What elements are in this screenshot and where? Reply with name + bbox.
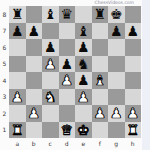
square-h2[interactable]: ♟ <box>125 105 142 122</box>
square-c8[interactable]: ♝ <box>42 6 59 23</box>
square-f1[interactable] <box>92 122 109 139</box>
square-g6[interactable] <box>108 39 125 56</box>
black-knight-piece[interactable]: ♞ <box>75 56 92 73</box>
square-g5[interactable] <box>108 56 125 73</box>
square-d2[interactable] <box>59 105 76 122</box>
square-a4[interactable] <box>9 72 26 89</box>
square-g1[interactable] <box>108 122 125 139</box>
square-a1[interactable]: ♜ <box>9 122 26 139</box>
black-pawn-piece[interactable]: ♟ <box>42 39 59 56</box>
black-pawn-piece[interactable]: ♟ <box>59 56 76 73</box>
square-f7[interactable] <box>92 23 109 40</box>
square-b3[interactable] <box>26 89 43 106</box>
rank-label-4: 4 <box>0 72 9 89</box>
black-rook-piece[interactable]: ♜ <box>92 6 109 23</box>
square-c1[interactable] <box>42 122 59 139</box>
square-e1[interactable]: ♚ <box>75 122 92 139</box>
white-pawn-piece[interactable]: ♟ <box>75 89 92 106</box>
file-label-f: f <box>92 139 109 148</box>
square-c7[interactable] <box>42 23 59 40</box>
rank-labels: 87654321 <box>0 6 9 138</box>
square-h5[interactable] <box>125 56 142 73</box>
square-e6[interactable]: ♟ <box>75 39 92 56</box>
white-queen-piece[interactable]: ♛ <box>59 122 76 139</box>
rank-label-2: 2 <box>0 105 9 122</box>
square-e2[interactable] <box>75 105 92 122</box>
black-king-piece[interactable]: ♚ <box>108 6 125 23</box>
file-labels: abcdefgh <box>9 139 141 148</box>
square-e3[interactable]: ♟ <box>75 89 92 106</box>
square-d3[interactable] <box>59 89 76 106</box>
square-f3[interactable] <box>92 89 109 106</box>
black-bishop-piece[interactable]: ♝ <box>42 6 59 23</box>
square-b6[interactable] <box>26 39 43 56</box>
rank-label-1: 1 <box>0 122 9 139</box>
file-label-a: a <box>9 139 26 148</box>
white-pawn-piece[interactable]: ♟ <box>92 105 109 122</box>
square-b8[interactable] <box>26 6 43 23</box>
square-f8[interactable]: ♜ <box>92 6 109 23</box>
chess-board: ♜♝♛♜♚♟♟♝♟♟♟♟♟♟♞♟♟♝♟♞♟♟♟♟♟♜♛♚♜ <box>9 6 141 138</box>
square-d1[interactable]: ♛ <box>59 122 76 139</box>
white-pawn-piece[interactable]: ♟ <box>125 105 142 122</box>
square-d6[interactable] <box>59 39 76 56</box>
rank-label-6: 6 <box>0 39 9 56</box>
white-pawn-piece[interactable]: ♟ <box>59 72 76 89</box>
square-f6[interactable] <box>92 39 109 56</box>
square-g7[interactable]: ♟ <box>108 23 125 40</box>
square-f5[interactable] <box>92 56 109 73</box>
square-e5[interactable]: ♞ <box>75 56 92 73</box>
square-h8[interactable] <box>125 6 142 23</box>
square-h1[interactable]: ♜ <box>125 122 142 139</box>
rank-label-7: 7 <box>0 23 9 40</box>
square-d8[interactable]: ♛ <box>59 6 76 23</box>
square-a7[interactable]: ♟ <box>9 23 26 40</box>
square-f2[interactable]: ♟ <box>92 105 109 122</box>
square-d4[interactable]: ♟ <box>59 72 76 89</box>
file-label-h: h <box>125 139 142 148</box>
square-a3[interactable]: ♟ <box>9 89 26 106</box>
rank-label-8: 8 <box>0 6 9 23</box>
rank-label-3: 3 <box>0 89 9 106</box>
white-king-piece[interactable]: ♚ <box>75 122 92 139</box>
square-c2[interactable] <box>42 105 59 122</box>
black-pawn-piece[interactable]: ♟ <box>26 23 43 40</box>
square-b7[interactable]: ♟ <box>26 23 43 40</box>
file-label-d: d <box>59 139 76 148</box>
black-rook-piece[interactable]: ♜ <box>9 6 26 23</box>
white-pawn-piece[interactable]: ♟ <box>26 105 43 122</box>
file-label-b: b <box>26 139 43 148</box>
square-b4[interactable] <box>26 72 43 89</box>
square-g8[interactable]: ♚ <box>108 6 125 23</box>
square-g3[interactable] <box>108 89 125 106</box>
file-label-e: e <box>75 139 92 148</box>
black-pawn-piece[interactable]: ♟ <box>75 72 92 89</box>
black-queen-piece[interactable]: ♛ <box>59 6 76 23</box>
square-c3[interactable]: ♞ <box>42 89 59 106</box>
square-b1[interactable] <box>26 122 43 139</box>
square-e8[interactable] <box>75 6 92 23</box>
square-h4[interactable] <box>125 72 142 89</box>
square-h7[interactable]: ♟ <box>125 23 142 40</box>
square-a8[interactable]: ♜ <box>9 6 26 23</box>
square-c6[interactable]: ♟ <box>42 39 59 56</box>
white-knight-piece[interactable]: ♞ <box>42 89 59 106</box>
square-g2[interactable]: ♟ <box>108 105 125 122</box>
black-pawn-piece[interactable]: ♟ <box>75 39 92 56</box>
square-a2[interactable] <box>9 105 26 122</box>
square-b2[interactable]: ♟ <box>26 105 43 122</box>
black-pawn-piece[interactable]: ♟ <box>9 23 26 40</box>
square-h6[interactable] <box>125 39 142 56</box>
file-label-g: g <box>108 139 125 148</box>
white-pawn-piece[interactable]: ♟ <box>42 56 59 73</box>
white-pawn-piece[interactable]: ♟ <box>108 105 125 122</box>
square-f4[interactable]: ♝ <box>92 72 109 89</box>
square-a5[interactable] <box>9 56 26 73</box>
square-a6[interactable] <box>9 39 26 56</box>
square-h3[interactable] <box>125 89 142 106</box>
black-pawn-piece[interactable]: ♟ <box>108 23 125 40</box>
square-c5[interactable]: ♟ <box>42 56 59 73</box>
white-rook-piece[interactable]: ♜ <box>125 122 142 139</box>
black-pawn-piece[interactable]: ♟ <box>125 23 142 40</box>
rank-label-5: 5 <box>0 56 9 73</box>
square-d5[interactable]: ♟ <box>59 56 76 73</box>
square-c4[interactable] <box>42 72 59 89</box>
square-e7[interactable]: ♝ <box>75 23 92 40</box>
white-rook-piece[interactable]: ♜ <box>9 122 26 139</box>
white-pawn-piece[interactable]: ♟ <box>9 89 26 106</box>
white-bishop-piece[interactable]: ♝ <box>92 72 109 89</box>
file-label-c: c <box>42 139 59 148</box>
square-d7[interactable] <box>59 23 76 40</box>
square-b5[interactable] <box>26 56 43 73</box>
square-g4[interactable] <box>108 72 125 89</box>
black-bishop-piece[interactable]: ♝ <box>75 23 92 40</box>
square-e4[interactable]: ♟ <box>75 72 92 89</box>
chess-diagram: ChessVideos.com 87654321 ♜♝♛♜♚♟♟♝♟♟♟♟♟♟♞… <box>0 0 142 150</box>
